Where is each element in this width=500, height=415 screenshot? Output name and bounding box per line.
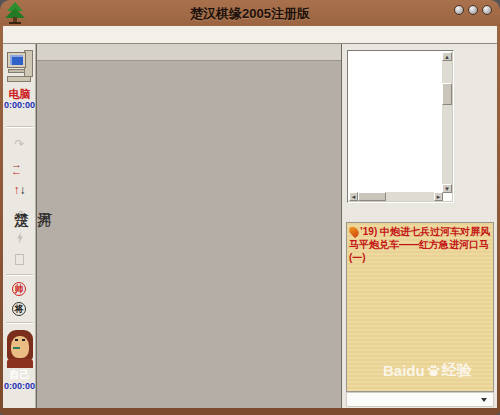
divider <box>6 322 33 323</box>
baidu-watermark: Baidu 经验 <box>383 361 472 380</box>
blank-page-icon[interactable] <box>15 254 24 265</box>
horizontal-scrollbar[interactable]: ◄ ► <box>349 192 443 201</box>
title-bar[interactable]: 楚汉棋缘2005注册版 <box>0 0 500 26</box>
xiangqi-board[interactable]: 楚河 汉界 <box>36 44 342 408</box>
undo-icon[interactable]: ↷ <box>3 136 36 154</box>
scroll-down-arrow[interactable]: ▼ <box>442 184 452 193</box>
restore-button[interactable] <box>468 5 478 15</box>
flip-board-icon[interactable]: ↑↓ <box>3 182 36 200</box>
minimize-button[interactable] <box>454 5 464 15</box>
divider <box>6 274 33 275</box>
vertical-scrollbar[interactable]: ▲ ▼ <box>442 52 452 193</box>
window-title: 楚汉棋缘2005注册版 <box>0 5 500 23</box>
divider <box>6 126 33 127</box>
opening-info-panel: ’19) 中炮进七兵过河车对屏风马平炮兑车——红方急进河口马(一) Baidu … <box>346 222 494 392</box>
horizontal-scroll-thumb[interactable] <box>358 192 386 201</box>
computer-icon <box>7 49 33 85</box>
scroll-right-arrow[interactable]: ► <box>434 192 443 201</box>
top-player-clock: 0:00:00 <box>3 100 36 110</box>
player-avatar <box>7 330 33 368</box>
app-window: 楚汉棋缘2005注册版 电脑 0:00:00 ↷ →← ↑↓ ⇗ 帅 将 <box>0 0 500 415</box>
river-text-right: 汉界 <box>14 211 60 230</box>
vertical-scroll-thumb[interactable] <box>442 83 452 105</box>
bottom-strip <box>346 392 494 407</box>
dropdown-arrow-icon[interactable] <box>481 398 487 402</box>
bottom-player-name: 自己 <box>3 368 36 382</box>
scroll-up-arrow[interactable]: ▲ <box>442 52 452 61</box>
opening-book-list[interactable]: ▲ ▼ ◄ ► <box>347 50 454 203</box>
black-general-badge[interactable]: 将 <box>12 302 26 316</box>
swap-sides-icon[interactable]: →← <box>11 161 28 175</box>
right-panel: ▲ ▼ ◄ ► ’19) 中炮进七兵过河车对屏风马平炮兑车——红方急进河口马(一… <box>343 44 497 408</box>
menu-bar <box>3 26 497 44</box>
paw-icon <box>426 363 441 378</box>
client-area: 电脑 0:00:00 ↷ →← ↑↓ ⇗ 帅 将 自己 0:00:00 <box>3 44 497 408</box>
bottom-player-clock: 0:00:00 <box>3 381 36 391</box>
opening-description: ’19) 中炮进七兵过河车对屏风马平炮兑车——红方急进河口马(一) <box>349 225 492 264</box>
file-labels-top <box>37 44 341 61</box>
close-button[interactable] <box>482 5 492 15</box>
red-general-badge[interactable]: 帅 <box>12 282 26 296</box>
scroll-left-arrow[interactable]: ◄ <box>349 192 358 201</box>
lightning-icon[interactable] <box>16 232 24 244</box>
